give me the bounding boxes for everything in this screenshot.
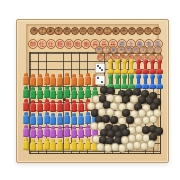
- peg-purple[interactable]: [64, 125, 70, 138]
- peg-body: [30, 90, 36, 99]
- pawn-blue[interactable]: [142, 74, 149, 89]
- xiangqi-piece[interactable]: 卒: [154, 46, 162, 54]
- peg-body: [85, 128, 91, 137]
- peg-body: [50, 142, 56, 151]
- peg-red[interactable]: [44, 99, 50, 112]
- pawn-red[interactable]: [149, 59, 156, 74]
- peg-orange[interactable]: [44, 73, 50, 86]
- xiangqi-piece[interactable]: 士: [102, 46, 110, 54]
- peg-orange[interactable]: [78, 74, 84, 87]
- peg-body: [57, 116, 63, 125]
- peg-body: [44, 128, 50, 137]
- peg-body: [37, 90, 43, 99]
- peg-red[interactable]: [71, 100, 77, 113]
- peg-purple[interactable]: [37, 126, 43, 139]
- peg-body: [57, 90, 63, 99]
- peg-yellow[interactable]: [37, 139, 43, 152]
- peg-purple[interactable]: [57, 126, 63, 139]
- peg-body: [85, 89, 91, 98]
- go-stone-white[interactable]: [96, 143, 103, 150]
- peg-body: [50, 116, 56, 125]
- xiangqi-piece[interactable]: 卒: [152, 27, 160, 35]
- xiangqi-piece[interactable]: 卒: [139, 46, 147, 54]
- xiangqi-piece[interactable]: 車: [120, 27, 128, 35]
- peg-red[interactable]: [23, 99, 29, 112]
- game-box: 將士象車馬砲卒卒將士象車馬砲卒卒 帥仕仕相相炮炮兵兵兵將士象車馬 將士象車馬砲卒…: [16, 19, 169, 163]
- peg-body: [23, 89, 29, 98]
- xiangqi-piece[interactable]: 將: [30, 27, 38, 35]
- peg-body: [37, 129, 43, 138]
- peg-green[interactable]: [85, 86, 91, 99]
- pawn-red[interactable]: [142, 59, 149, 74]
- xiangqi-piece[interactable]: 砲: [71, 27, 79, 35]
- peg-blue[interactable]: [71, 113, 77, 126]
- xiangqi-piece[interactable]: 馬: [128, 27, 136, 35]
- pawn-blue[interactable]: [149, 74, 156, 89]
- peg-orange[interactable]: [50, 74, 56, 87]
- peg-body: [30, 103, 36, 112]
- peg-body: [64, 115, 70, 124]
- peg-body: [78, 103, 84, 112]
- go-stone-white[interactable]: [147, 140, 154, 147]
- peg-green[interactable]: [23, 86, 29, 99]
- pawn-base: [121, 84, 128, 89]
- peg-red[interactable]: [57, 100, 63, 113]
- peg-purple[interactable]: [23, 125, 29, 138]
- peg-green[interactable]: [78, 87, 84, 100]
- peg-yellow[interactable]: [64, 138, 70, 151]
- pawn-yellow[interactable]: [121, 59, 128, 74]
- peg-body: [78, 129, 84, 138]
- product-photo: 將士象車馬砲卒卒將士象車馬砲卒卒 帥仕仕相相炮炮兵兵兵將士象車馬 將士象車馬砲卒…: [0, 0, 180, 180]
- peg-body: [44, 115, 50, 124]
- peg-body: [44, 76, 50, 85]
- xiangqi-piece[interactable]: 象: [46, 27, 54, 35]
- peg-yellow[interactable]: [57, 139, 63, 152]
- peg-body: [44, 102, 50, 111]
- peg-body: [71, 103, 77, 112]
- peg-green[interactable]: [44, 86, 50, 99]
- xiangqi-piece[interactable]: 帥: [97, 54, 105, 62]
- peg-body: [85, 76, 91, 85]
- peg-body: [64, 89, 70, 98]
- xiangqi-piece[interactable]: 砲: [136, 27, 144, 35]
- peg-body: [71, 77, 77, 86]
- peg-yellow[interactable]: [30, 139, 36, 152]
- peg-body: [37, 116, 43, 125]
- peg-body: [78, 142, 84, 151]
- xiangqi-piece[interactable]: 象: [112, 27, 120, 35]
- go-stone-black[interactable]: [155, 127, 162, 134]
- peg-body: [30, 77, 36, 86]
- peg-orange[interactable]: [37, 74, 43, 87]
- xiangqi-piece[interactable]: 卒: [79, 27, 87, 35]
- peg-green[interactable]: [71, 87, 77, 100]
- die-pip: [101, 81, 103, 83]
- pawn-blue[interactable]: [135, 74, 142, 89]
- peg-body: [64, 128, 70, 137]
- peg-orange[interactable]: [23, 73, 29, 86]
- peg-body: [50, 129, 56, 138]
- peg-body: [30, 129, 36, 138]
- peg-orange[interactable]: [71, 74, 77, 87]
- peg-blue[interactable]: [50, 113, 56, 126]
- peg-red[interactable]: [30, 100, 36, 113]
- peg-body: [50, 90, 56, 99]
- go-stone-black[interactable]: [110, 116, 117, 123]
- peg-purple[interactable]: [78, 126, 84, 139]
- peg-purple[interactable]: [30, 126, 36, 139]
- peg-body: [78, 90, 84, 99]
- go-stone-black[interactable]: [102, 115, 109, 122]
- pawn-red[interactable]: [156, 59, 163, 74]
- peg-blue[interactable]: [30, 113, 36, 126]
- pawn-green[interactable]: [121, 74, 128, 89]
- peg-blue[interactable]: [57, 113, 63, 126]
- peg-body: [57, 142, 63, 151]
- peg-yellow[interactable]: [50, 139, 56, 152]
- peg-yellow[interactable]: [78, 139, 84, 152]
- peg-body: [64, 76, 70, 85]
- peg-orange[interactable]: [64, 73, 70, 86]
- peg-body: [57, 77, 63, 86]
- peg-body: [23, 141, 29, 150]
- pawn-base: [149, 84, 156, 89]
- die-pip: [97, 77, 99, 79]
- pawn-yellow[interactable]: [107, 59, 114, 74]
- peg-body: [44, 89, 50, 98]
- go-stone-white[interactable]: [118, 144, 125, 151]
- peg-green[interactable]: [37, 87, 43, 100]
- peg-purple[interactable]: [71, 126, 77, 139]
- peg-green[interactable]: [57, 87, 63, 100]
- peg-body: [44, 141, 50, 150]
- pawn-base: [114, 84, 121, 89]
- xiangqi-piece[interactable]: 將: [95, 27, 103, 35]
- peg-body: [71, 116, 77, 125]
- peg-yellow[interactable]: [85, 138, 91, 151]
- peg-body: [78, 77, 84, 86]
- peg-red[interactable]: [64, 99, 70, 112]
- peg-blue[interactable]: [44, 112, 50, 125]
- peg-yellow[interactable]: [71, 139, 77, 152]
- go-stone-white[interactable]: [134, 117, 141, 124]
- go-stone-white[interactable]: [149, 115, 156, 122]
- peg-body: [23, 115, 29, 124]
- peg-body: [57, 129, 63, 138]
- pawn-green[interactable]: [114, 74, 121, 89]
- peg-body: [64, 102, 70, 111]
- xiangqi-piece[interactable]: 卒: [144, 27, 152, 35]
- pawn-yellow[interactable]: [114, 59, 121, 74]
- xiangqi-piece[interactable]: 卒: [87, 27, 95, 35]
- peg-body: [71, 129, 77, 138]
- peg-green[interactable]: [30, 87, 36, 100]
- xiangqi-piece[interactable]: 車: [117, 46, 125, 54]
- peg-body: [23, 76, 29, 85]
- xiangqi-piece[interactable]: 士: [38, 27, 46, 35]
- peg-purple[interactable]: [50, 126, 56, 139]
- peg-body: [23, 102, 29, 111]
- peg-red[interactable]: [50, 100, 56, 113]
- die[interactable]: [95, 75, 105, 85]
- peg-body: [50, 103, 56, 112]
- peg-yellow[interactable]: [44, 138, 50, 151]
- peg-body: [71, 142, 77, 151]
- peg-blue[interactable]: [78, 113, 84, 126]
- peg-body: [78, 116, 84, 125]
- xiangqi-piece[interactable]: 車: [54, 27, 62, 35]
- xiangqi-piece[interactable]: 馬: [63, 27, 71, 35]
- peg-body: [30, 142, 36, 151]
- peg-blue[interactable]: [64, 112, 70, 125]
- peg-body: [50, 77, 56, 86]
- pawn-red[interactable]: [135, 59, 142, 74]
- xiangqi-piece[interactable]: 士: [103, 27, 111, 35]
- pawn-base: [142, 84, 149, 89]
- peg-body: [85, 141, 91, 150]
- peg-body: [64, 141, 70, 150]
- peg-body: [37, 142, 43, 151]
- peg-green[interactable]: [64, 86, 70, 99]
- die[interactable]: [95, 63, 105, 73]
- peg-blue[interactable]: [37, 113, 43, 126]
- peg-body: [23, 128, 29, 137]
- peg-green[interactable]: [50, 87, 56, 100]
- peg-body: [57, 103, 63, 112]
- peg-orange[interactable]: [30, 74, 36, 87]
- pawn-blue[interactable]: [156, 74, 163, 89]
- board-surface: 將士象車馬砲卒卒將士象車馬砲卒卒 帥仕仕相相炮炮兵兵兵將士象車馬 將士象車馬砲卒…: [26, 24, 159, 151]
- peg-blue[interactable]: [23, 112, 29, 125]
- peg-red[interactable]: [37, 100, 43, 113]
- peg-purple[interactable]: [44, 125, 50, 138]
- peg-red[interactable]: [78, 100, 84, 113]
- peg-body: [37, 103, 43, 112]
- peg-body: [30, 116, 36, 125]
- peg-body: [71, 90, 77, 99]
- peg-orange[interactable]: [57, 74, 63, 87]
- peg-yellow[interactable]: [23, 138, 29, 151]
- die-pip: [101, 69, 103, 71]
- peg-orange[interactable]: [85, 73, 91, 86]
- go-stone-black[interactable]: [126, 116, 133, 123]
- pawn-base: [156, 84, 163, 89]
- peg-body: [37, 77, 43, 86]
